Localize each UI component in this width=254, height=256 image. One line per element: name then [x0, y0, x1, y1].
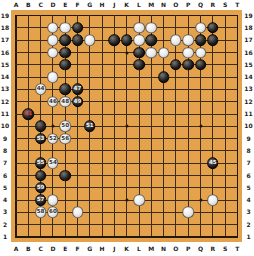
- white-stone[interactable]: 44: [35, 84, 47, 96]
- column-label-top: F: [75, 2, 79, 8]
- white-stone[interactable]: [47, 71, 59, 83]
- row-label-right: 19: [244, 13, 252, 19]
- column-label-top: G: [87, 2, 92, 8]
- black-stone[interactable]: [182, 59, 194, 71]
- star-point: [125, 125, 128, 128]
- row-label-left: 16: [1, 50, 9, 56]
- grid-line: [15, 236, 238, 238]
- row-label-left: 17: [1, 37, 9, 43]
- white-stone[interactable]: [195, 47, 207, 59]
- white-stone[interactable]: [195, 22, 207, 34]
- grid-line: [15, 150, 238, 151]
- white-stone[interactable]: [47, 34, 59, 46]
- column-label-top: P: [186, 2, 190, 8]
- row-label-right: 3: [246, 209, 250, 215]
- black-stone[interactable]: [109, 34, 121, 46]
- column-label-top: R: [210, 2, 215, 8]
- black-stone[interactable]: 45: [207, 157, 219, 169]
- column-label-bottom: G: [87, 246, 92, 252]
- column-label-top: E: [63, 2, 67, 8]
- row-label-right: 10: [244, 123, 252, 129]
- grid-line: [237, 15, 239, 238]
- row-label-right: 7: [246, 160, 250, 166]
- row-label-left: 19: [1, 13, 9, 19]
- column-label-top: T: [235, 2, 239, 8]
- white-stone[interactable]: [182, 34, 194, 46]
- column-label-top: S: [223, 2, 227, 8]
- black-stone[interactable]: [72, 22, 84, 34]
- column-label-bottom: Q: [198, 246, 203, 252]
- row-label-right: 11: [244, 111, 252, 117]
- white-stone[interactable]: [133, 194, 145, 206]
- black-stone[interactable]: 53: [35, 133, 47, 145]
- column-label-bottom: F: [75, 246, 79, 252]
- white-stone[interactable]: [47, 22, 59, 34]
- column-label-bottom: R: [210, 246, 215, 252]
- row-label-left: 13: [1, 86, 9, 92]
- row-label-left: 9: [3, 136, 7, 142]
- column-label-bottom: K: [124, 246, 129, 252]
- row-label-left: 14: [1, 74, 9, 80]
- grid-line: [15, 187, 238, 188]
- column-label-top: K: [124, 2, 129, 8]
- column-label-top: A: [14, 2, 19, 8]
- grid-line: [15, 224, 238, 225]
- column-label-bottom: H: [100, 246, 105, 252]
- column-label-top: C: [38, 2, 42, 8]
- white-stone[interactable]: [47, 47, 59, 59]
- row-label-right: 2: [246, 222, 250, 228]
- black-stone[interactable]: [133, 47, 145, 59]
- black-stone[interactable]: [35, 121, 47, 133]
- column-label-bottom: L: [137, 246, 141, 252]
- column-label-bottom: C: [38, 246, 42, 252]
- row-label-left: 2: [3, 222, 7, 228]
- white-stone[interactable]: 54: [47, 157, 59, 169]
- white-stone[interactable]: 52: [47, 133, 59, 145]
- black-stone[interactable]: [133, 59, 145, 71]
- column-label-bottom: T: [235, 246, 239, 252]
- row-label-right: 16: [244, 50, 252, 56]
- row-label-left: 3: [3, 209, 7, 215]
- row-label-left: 4: [3, 197, 7, 203]
- column-label-bottom: J: [113, 246, 115, 252]
- black-stone[interactable]: [195, 59, 207, 71]
- column-label-bottom: E: [63, 246, 67, 252]
- white-stone[interactable]: [72, 207, 84, 219]
- column-label-top: M: [148, 2, 154, 8]
- black-stone[interactable]: [59, 170, 71, 182]
- black-stone[interactable]: [170, 59, 182, 71]
- black-stone[interactable]: [121, 34, 133, 46]
- column-label-top: H: [100, 2, 105, 8]
- row-label-left: 6: [3, 173, 7, 179]
- black-stone[interactable]: 61: [23, 108, 35, 120]
- column-label-bottom: O: [173, 246, 178, 252]
- row-label-left: 1: [3, 234, 7, 240]
- row-label-left: 11: [1, 111, 9, 117]
- grid-line: [175, 15, 176, 238]
- black-stone[interactable]: 55: [35, 157, 47, 169]
- white-stone[interactable]: 50: [59, 121, 71, 133]
- row-label-right: 15: [244, 62, 252, 68]
- row-label-left: 7: [3, 160, 7, 166]
- column-label-bottom: A: [14, 246, 19, 252]
- row-label-right: 9: [246, 136, 250, 142]
- column-label-bottom: S: [223, 246, 227, 252]
- white-stone[interactable]: [59, 22, 71, 34]
- column-label-bottom: D: [50, 246, 55, 252]
- row-label-left: 8: [3, 148, 7, 154]
- star-point: [51, 125, 54, 128]
- white-stone[interactable]: [146, 47, 158, 59]
- white-stone[interactable]: [170, 34, 182, 46]
- black-stone[interactable]: [35, 170, 47, 182]
- black-stone[interactable]: [146, 34, 158, 46]
- white-stone[interactable]: [146, 22, 158, 34]
- row-label-right: 8: [246, 148, 250, 154]
- white-stone[interactable]: [182, 47, 194, 59]
- white-stone[interactable]: [84, 34, 96, 46]
- black-stone[interactable]: [207, 22, 219, 34]
- white-stone[interactable]: 58: [35, 207, 47, 219]
- star-point: [199, 199, 202, 202]
- row-label-right: 4: [246, 197, 250, 203]
- row-label-right: 18: [244, 25, 252, 31]
- column-label-top: J: [113, 2, 115, 8]
- column-label-top: O: [173, 2, 178, 8]
- black-stone[interactable]: 47: [72, 84, 84, 96]
- row-label-right: 13: [244, 86, 252, 92]
- white-stone[interactable]: [158, 47, 170, 59]
- black-stone[interactable]: [72, 34, 84, 46]
- white-stone[interactable]: 48: [59, 96, 71, 108]
- row-label-left: 18: [1, 25, 9, 31]
- column-label-bottom: B: [26, 246, 31, 252]
- black-stone[interactable]: 51: [84, 121, 96, 133]
- row-label-left: 12: [1, 99, 9, 105]
- column-label-bottom: M: [148, 246, 154, 252]
- white-stone[interactable]: 56: [59, 133, 71, 145]
- row-label-right: 5: [246, 185, 250, 191]
- column-label-top: Q: [198, 2, 203, 8]
- column-label-top: B: [26, 2, 31, 8]
- white-stone[interactable]: [47, 194, 59, 206]
- black-stone[interactable]: 49: [72, 96, 84, 108]
- black-stone[interactable]: 57: [35, 194, 47, 206]
- white-stone[interactable]: 46: [47, 96, 59, 108]
- black-stone[interactable]: [207, 34, 219, 46]
- row-label-left: 5: [3, 185, 7, 191]
- row-label-right: 14: [244, 74, 252, 80]
- row-label-left: 10: [1, 123, 9, 129]
- black-stone[interactable]: [59, 47, 71, 59]
- row-label-left: 15: [1, 62, 9, 68]
- black-stone[interactable]: [59, 34, 71, 46]
- white-stone[interactable]: [133, 22, 145, 34]
- row-label-right: 17: [244, 37, 252, 43]
- column-label-top: L: [137, 2, 141, 8]
- star-point: [125, 199, 128, 202]
- black-stone[interactable]: [59, 84, 71, 96]
- row-label-right: 6: [246, 173, 250, 179]
- column-label-top: D: [50, 2, 55, 8]
- grid-line: [15, 175, 238, 176]
- column-label-bottom: N: [161, 246, 166, 252]
- black-stone[interactable]: 59: [35, 182, 47, 194]
- column-label-bottom: P: [186, 246, 190, 252]
- white-stone[interactable]: 60: [47, 207, 59, 219]
- column-label-top: N: [161, 2, 166, 8]
- white-stone[interactable]: [207, 194, 219, 206]
- row-label-right: 1: [246, 234, 250, 240]
- go-diagram: AABBCCDDEEFFGGHHJJKKLLMMNNOOPPQQRRSSTT19…: [0, 0, 254, 256]
- black-stone[interactable]: [59, 59, 71, 71]
- white-stone[interactable]: [133, 34, 145, 46]
- star-point: [199, 125, 202, 128]
- black-stone[interactable]: [158, 71, 170, 83]
- star-point: [125, 51, 128, 54]
- white-stone[interactable]: [182, 207, 194, 219]
- black-stone[interactable]: [195, 34, 207, 46]
- row-label-right: 12: [244, 99, 252, 105]
- grid-line: [225, 15, 226, 238]
